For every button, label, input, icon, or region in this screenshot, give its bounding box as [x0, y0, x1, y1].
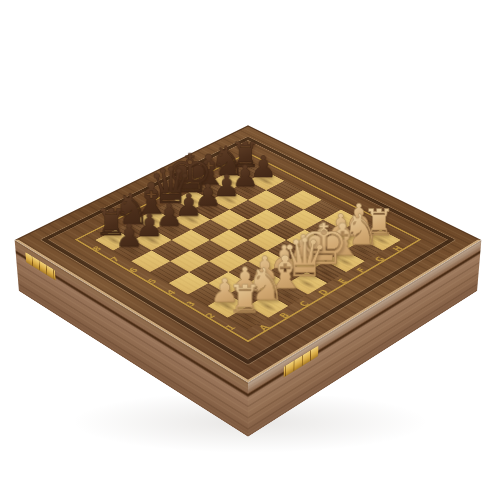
- white-pawn-icon: ♟: [214, 263, 277, 295]
- chess-box: HGFEDCBA87654321 ♜♞♟♝♟♚♟♛♟♝♟♞♟♟♜♟♟♜♟♟♞♟♝…: [15, 125, 482, 382]
- white-pawn-icon: ♟: [234, 252, 296, 284]
- white-pawn-icon: ♟: [254, 241, 316, 273]
- product-photo-scene: HGFEDCBA87654321 ♜♞♟♝♟♚♟♛♟♝♟♞♟♟♜♟♟♜♟♟♞♟♝…: [0, 0, 500, 500]
